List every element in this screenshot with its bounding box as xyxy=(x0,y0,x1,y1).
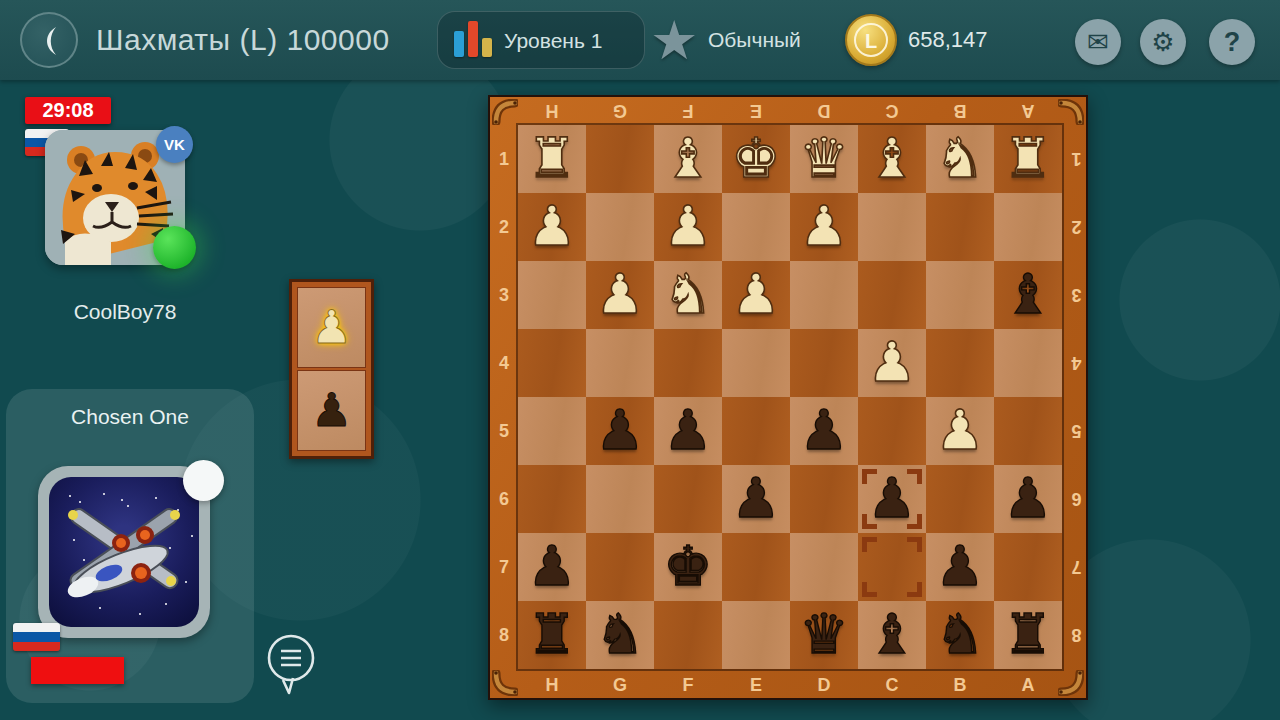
square-h8[interactable]: ♜ xyxy=(518,601,586,669)
file-label-G: G xyxy=(586,97,654,125)
rank-label-1: 1 xyxy=(490,125,518,193)
white-side-cell: ♟ xyxy=(297,287,366,368)
rank-label-6: 6 xyxy=(490,465,518,533)
rank-label-8: 8 xyxy=(1063,601,1090,669)
square-b3[interactable] xyxy=(926,261,994,329)
square-c7[interactable] xyxy=(858,533,926,601)
square-f1[interactable]: ♝ xyxy=(654,125,722,193)
square-g5[interactable]: ♟ xyxy=(586,397,654,465)
rank-label-4: 4 xyxy=(1063,329,1090,397)
black-bishop-c8[interactable]: ♝ xyxy=(858,601,926,667)
black-pawn-b7[interactable]: ♟ xyxy=(926,533,994,599)
white-pawn-turn-indicator: ♟ xyxy=(298,288,365,366)
square-e8[interactable] xyxy=(722,601,790,669)
square-b1[interactable]: ♞ xyxy=(926,125,994,193)
file-label-B: B xyxy=(926,97,994,125)
square-f7[interactable]: ♚ xyxy=(654,533,722,601)
rank-label-8: 8 xyxy=(490,601,518,669)
square-a7[interactable] xyxy=(994,533,1062,601)
xwing-avatar-image xyxy=(49,477,199,627)
local-player-avatar[interactable] xyxy=(38,466,210,638)
square-c8[interactable]: ♝ xyxy=(858,601,926,669)
online-status-dot xyxy=(153,226,196,269)
square-a3[interactable]: ♝ xyxy=(994,261,1062,329)
square-e3[interactable]: ♟ xyxy=(722,261,790,329)
rank-label-7: 7 xyxy=(1063,533,1090,601)
help-button[interactable]: ? xyxy=(1209,19,1255,65)
rank-label-6: 6 xyxy=(1063,465,1090,533)
board-corner-ornament xyxy=(492,99,518,125)
white-pawn-b5[interactable]: ♟ xyxy=(926,397,994,463)
level-label: Уровень 1 xyxy=(504,12,602,70)
square-e4[interactable] xyxy=(722,329,790,397)
mail-icon: ✉ xyxy=(1075,19,1121,65)
black-pawn-a6[interactable]: ♟ xyxy=(994,465,1062,531)
square-b2[interactable] xyxy=(926,193,994,261)
square-f8[interactable] xyxy=(654,601,722,669)
rank-label-3: 3 xyxy=(490,261,518,329)
square-g7[interactable] xyxy=(586,533,654,601)
rank-label-7: 7 xyxy=(490,533,518,601)
white-pawn-e3[interactable]: ♟ xyxy=(722,261,790,327)
board-grid: ♜♝♚♛♝♞♜♟♟♟♟♞♟♝♟♟♟♟♟♟♟♟♟♚♟♜♞♛♝♞♜ xyxy=(518,125,1062,669)
file-label-F: F xyxy=(654,669,722,702)
local-player-time-bar xyxy=(31,657,124,684)
white-queen-d1[interactable]: ♛ xyxy=(790,125,858,191)
file-label-E: E xyxy=(722,669,790,702)
square-d6[interactable] xyxy=(790,465,858,533)
square-c3[interactable] xyxy=(858,261,926,329)
black-side-cell: ♟ xyxy=(297,370,366,451)
chat-bubble-icon xyxy=(262,632,320,696)
turn-indicator-tray: ♟ ♟ xyxy=(289,279,374,459)
file-label-E: E xyxy=(722,97,790,125)
square-e5[interactable] xyxy=(722,397,790,465)
black-knight-g8[interactable]: ♞ xyxy=(586,601,654,667)
square-a1[interactable]: ♜ xyxy=(994,125,1062,193)
square-d7[interactable] xyxy=(790,533,858,601)
local-player-name: Chosen One xyxy=(6,405,254,429)
white-rook-a1[interactable]: ♜ xyxy=(994,125,1062,191)
white-pawn-d2[interactable]: ♟ xyxy=(790,193,858,259)
square-g3[interactable]: ♟ xyxy=(586,261,654,329)
rank-label-3: 3 xyxy=(1063,261,1090,329)
square-c6[interactable]: ♟ xyxy=(858,465,926,533)
app-root: { "game": "chess", "app": { "title": "Ша… xyxy=(0,0,1280,720)
file-label-A: A xyxy=(994,97,1062,125)
square-g2[interactable] xyxy=(586,193,654,261)
file-label-G: G xyxy=(586,669,654,702)
square-h1[interactable]: ♜ xyxy=(518,125,586,193)
black-pawn-c6[interactable]: ♟ xyxy=(858,465,926,531)
square-f6[interactable] xyxy=(654,465,722,533)
square-g8[interactable]: ♞ xyxy=(586,601,654,669)
file-label-B: B xyxy=(926,669,994,702)
square-g4[interactable] xyxy=(586,329,654,397)
square-a4[interactable] xyxy=(994,329,1062,397)
rank-star-icon: ★ xyxy=(650,6,698,74)
black-knight-b8[interactable]: ♞ xyxy=(926,601,994,667)
square-d8[interactable]: ♛ xyxy=(790,601,858,669)
chat-button[interactable] xyxy=(262,632,320,696)
black-pawn-e6[interactable]: ♟ xyxy=(722,465,790,531)
square-a2[interactable] xyxy=(994,193,1062,261)
board-corner-ornament xyxy=(492,670,518,696)
local-player-flag-russia xyxy=(13,623,60,651)
file-labels-top: HGFEDCBA xyxy=(518,97,1062,125)
black-rook-h8[interactable]: ♜ xyxy=(518,601,586,667)
white-pawn-g3[interactable]: ♟ xyxy=(586,261,654,327)
white-knight-b1[interactable]: ♞ xyxy=(926,125,994,191)
rank-label-5: 5 xyxy=(490,397,518,465)
opponent-timer: 29:08 xyxy=(25,97,111,124)
white-pawn-h2[interactable]: ♟ xyxy=(518,193,586,259)
file-label-C: C xyxy=(858,669,926,702)
back-chevron-icon xyxy=(36,25,64,57)
settings-button[interactable]: ⚙ xyxy=(1140,19,1186,65)
file-labels-bottom: HGFEDCBA xyxy=(518,669,1062,702)
square-a8[interactable]: ♜ xyxy=(994,601,1062,669)
vk-network-badge[interactable]: VK xyxy=(156,126,193,163)
rank-label-1: 1 xyxy=(1063,125,1090,193)
black-pawn-d5[interactable]: ♟ xyxy=(790,397,858,463)
file-label-A: A xyxy=(994,669,1062,702)
square-c4[interactable]: ♟ xyxy=(858,329,926,397)
rank-labels-right: 12345678 xyxy=(1063,125,1090,669)
square-b8[interactable]: ♞ xyxy=(926,601,994,669)
square-b5[interactable]: ♟ xyxy=(926,397,994,465)
file-label-C: C xyxy=(858,97,926,125)
square-d5[interactable]: ♟ xyxy=(790,397,858,465)
coin-icon[interactable]: L xyxy=(845,14,897,66)
white-pawn-f2[interactable]: ♟ xyxy=(654,193,722,259)
square-a5[interactable] xyxy=(994,397,1062,465)
white-pawn-c4[interactable]: ♟ xyxy=(858,329,926,395)
mail-button[interactable]: ✉ xyxy=(1075,19,1121,65)
black-queen-d8[interactable]: ♛ xyxy=(790,601,858,667)
white-king-e1[interactable]: ♚ xyxy=(722,125,790,191)
file-label-D: D xyxy=(790,97,858,125)
square-e6[interactable]: ♟ xyxy=(722,465,790,533)
mode-label: Обычный xyxy=(708,0,801,80)
square-b7[interactable]: ♟ xyxy=(926,533,994,601)
page-title: Шахматы (L) 100000 xyxy=(96,0,390,80)
square-d2[interactable]: ♟ xyxy=(790,193,858,261)
black-pawn-turn-indicator: ♟ xyxy=(298,371,365,449)
square-b6[interactable] xyxy=(926,465,994,533)
white-knight-f3[interactable]: ♞ xyxy=(654,261,722,327)
square-f2[interactable]: ♟ xyxy=(654,193,722,261)
square-h6[interactable] xyxy=(518,465,586,533)
file-label-H: H xyxy=(518,97,586,125)
rank-label-4: 4 xyxy=(490,329,518,397)
black-rook-a8[interactable]: ♜ xyxy=(994,601,1062,667)
rank-label-2: 2 xyxy=(490,193,518,261)
square-e1[interactable]: ♚ xyxy=(722,125,790,193)
coin-letter: L xyxy=(854,23,888,57)
level-bars-icon xyxy=(454,21,496,57)
level-badge[interactable]: Уровень 1 xyxy=(437,11,645,69)
black-pawn-h7[interactable]: ♟ xyxy=(518,533,586,599)
last-move-highlight xyxy=(862,537,922,597)
square-f4[interactable] xyxy=(654,329,722,397)
question-icon: ? xyxy=(1209,19,1255,65)
rank-label-2: 2 xyxy=(1063,193,1090,261)
black-king-f7[interactable]: ♚ xyxy=(654,533,722,599)
square-h4[interactable] xyxy=(518,329,586,397)
chess-board: HGFEDCBA HGFEDCBA 12345678 12345678 ♜♝♚♛… xyxy=(488,95,1088,700)
black-pawn-f5[interactable]: ♟ xyxy=(654,397,722,463)
back-button[interactable] xyxy=(20,12,78,68)
square-c2[interactable] xyxy=(858,193,926,261)
rank-labels-left: 12345678 xyxy=(490,125,518,669)
file-label-H: H xyxy=(518,669,586,702)
square-h3[interactable] xyxy=(518,261,586,329)
idle-status-dot xyxy=(183,460,224,501)
white-bishop-f1[interactable]: ♝ xyxy=(654,125,722,191)
white-rook-h1[interactable]: ♜ xyxy=(518,125,586,191)
white-bishop-c1[interactable]: ♝ xyxy=(858,125,926,191)
square-a6[interactable]: ♟ xyxy=(994,465,1062,533)
opponent-name: CoolBoy78 xyxy=(0,300,250,324)
gear-icon: ⚙ xyxy=(1140,19,1186,65)
black-bishop-a3[interactable]: ♝ xyxy=(994,261,1062,327)
square-d1[interactable]: ♛ xyxy=(790,125,858,193)
square-d3[interactable] xyxy=(790,261,858,329)
black-pawn-g5[interactable]: ♟ xyxy=(586,397,654,463)
square-g6[interactable] xyxy=(586,465,654,533)
square-c1[interactable]: ♝ xyxy=(858,125,926,193)
square-e7[interactable] xyxy=(722,533,790,601)
square-c5[interactable] xyxy=(858,397,926,465)
square-d4[interactable] xyxy=(790,329,858,397)
square-f3[interactable]: ♞ xyxy=(654,261,722,329)
square-h7[interactable]: ♟ xyxy=(518,533,586,601)
file-label-F: F xyxy=(654,97,722,125)
coin-balance: 658,147 xyxy=(908,0,988,80)
square-f5[interactable]: ♟ xyxy=(654,397,722,465)
top-bar: Шахматы (L) 100000 Уровень 1 ★ Обычный L… xyxy=(0,0,1280,80)
square-e2[interactable] xyxy=(722,193,790,261)
square-h5[interactable] xyxy=(518,397,586,465)
rank-label-5: 5 xyxy=(1063,397,1090,465)
square-g1[interactable] xyxy=(586,125,654,193)
file-label-D: D xyxy=(790,669,858,702)
square-b4[interactable] xyxy=(926,329,994,397)
square-h2[interactable]: ♟ xyxy=(518,193,586,261)
